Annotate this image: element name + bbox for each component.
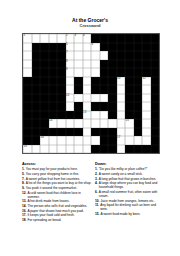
blocked-cell [91,128,100,137]
clue-item: 17.It keeps your food cold and fresh. [22,213,92,217]
grid-cell[interactable] [100,119,109,128]
clue-item-number: 9. [22,186,25,190]
down-clues: Down: 1."Do you like milky or plain coff… [95,162,161,217]
grid-cell[interactable] [91,136,100,145]
grid-cell[interactable] [66,145,75,154]
blocked-cell [23,119,32,128]
grid-cell[interactable] [91,111,100,120]
blocked-cell [49,60,58,69]
grid-cell[interactable]: 11 [142,77,151,86]
grid-cell[interactable] [83,145,92,154]
grid-cell[interactable] [74,136,83,145]
blocked-cell [151,51,160,60]
blocked-cell [125,85,134,94]
grid-cell[interactable]: 18 [23,145,32,154]
clue-number: 2 [66,34,68,37]
clue-number: 18 [24,145,27,148]
crossword-grid: 123456789101112131415161718 [22,33,160,154]
clue-number: 17 [117,136,120,139]
blocked-cell [134,128,143,137]
blocked-cell [40,60,49,69]
clue-item-text: A paper that shows how much you paid. [27,209,92,213]
clue-item: 15.A sweet food made by bees. [95,212,161,216]
blocked-cell [134,119,143,128]
blocked-cell [23,85,32,94]
blocked-cell [40,111,49,120]
clue-item-number: 13. [22,199,26,203]
grid-cell[interactable]: 17 [117,136,126,145]
blocked-cell [100,136,109,145]
clue-item: 10.Juice made from oranges, lemons etc. [95,199,161,203]
grid-cell[interactable] [117,111,126,120]
blocked-cell [23,128,32,137]
clue-number: 9 [66,68,68,71]
clue-item-number: 18. [22,218,26,222]
clue-item-text: A large shop where you can buy food and … [99,181,161,189]
blocked-cell [117,51,126,60]
blocked-cell [32,51,41,60]
blocked-cell [100,102,109,111]
blocked-cell [57,111,66,120]
clue-item-number: 2. [95,172,98,176]
blocked-cell [40,102,49,111]
blocked-cell [151,60,160,69]
down-header: Down: [95,162,161,166]
grid-cell[interactable] [40,34,49,43]
blocked-cell [40,119,49,128]
blocked-cell [125,60,134,69]
blocked-cell [125,34,134,43]
grid-cell[interactable] [74,68,83,77]
grid-cell[interactable] [74,94,83,103]
blocked-cell [40,68,49,77]
blocked-cell [49,68,58,77]
grid-cell[interactable] [117,119,126,128]
clue-number: 13 [83,111,86,114]
blocked-cell [134,43,143,52]
clue-item: 8.A list of the things you want to buy a… [22,181,92,185]
grid-cell[interactable] [100,94,109,103]
grid-cell[interactable] [66,136,75,145]
clue-number: 1 [24,34,26,37]
blocked-cell [125,68,134,77]
grid-cell[interactable] [83,119,92,128]
clue-item-number: 6. [95,190,98,198]
blocked-cell [91,77,100,86]
grid-cell[interactable] [83,136,92,145]
clue-item-text: A hot drink made from leaves. [27,199,92,203]
blocked-cell [134,34,143,43]
grid-cell[interactable] [91,94,100,103]
blocked-cell [125,77,134,86]
clue-item-text: A cold sweet food that children love in … [27,191,92,199]
clue-item-number: 15. [95,212,99,216]
grid-cell[interactable]: 1 [23,34,32,43]
blocked-cell [117,60,126,69]
grid-cell[interactable] [83,68,92,77]
blocked-cell [66,128,75,137]
grid-cell[interactable] [83,43,92,52]
clue-item-text: A sweet food made by bees. [100,212,161,216]
grid-cell[interactable] [49,34,58,43]
blocked-cell [125,51,134,60]
grid-cell[interactable] [83,77,92,86]
clue-item-text: A sweet yellow fruit from hot countries. [26,177,92,181]
grid-cell[interactable] [32,34,41,43]
grid-cell[interactable] [117,85,126,94]
blocked-cell [117,34,126,43]
clue-item-text: The person who sells fruit and vegetable… [27,204,92,208]
clue-item-text: It keeps your food cold and fresh. [27,213,92,217]
grid-cell[interactable] [49,136,58,145]
clue-item-number: 16. [22,209,26,213]
blocked-cell [100,43,109,52]
grid-cell[interactable] [23,60,32,69]
blocked-cell [134,111,143,120]
blocked-cell [134,51,143,60]
blocked-cell [151,34,160,43]
blocked-cell [32,77,41,86]
grid-cell[interactable] [83,94,92,103]
grid-cell[interactable] [142,111,151,120]
blocked-cell [57,68,66,77]
blocked-cell [134,85,143,94]
clue-item-number: 8. [22,181,25,185]
clue-item: 12.A cold sweet food that children love … [22,191,92,199]
clue-number: 11 [143,77,146,80]
grid-cell[interactable]: 16 [40,136,49,145]
grid-cell[interactable] [23,68,32,77]
grid-cell[interactable] [74,60,83,69]
blocked-cell [151,102,160,111]
blocked-cell [125,102,134,111]
clue-number: 15 [126,119,129,122]
clue-number: 12 [66,94,69,97]
grid-cell[interactable]: 13 [83,111,92,120]
clue-item: 2.A sweet candy on a small stick. [95,172,161,176]
blocked-cell [66,111,75,120]
blocked-cell [100,68,109,77]
blocked-cell [142,34,151,43]
blocked-cell [57,94,66,103]
clue-number: 4 [83,34,85,37]
blocked-cell [32,43,41,52]
clue-item-number: 1. [95,167,98,171]
blocked-cell [32,136,41,145]
grid-cell[interactable] [74,119,83,128]
blocked-cell [108,94,117,103]
blocked-cell [91,102,100,111]
blocked-cell [108,43,117,52]
blocked-cell [40,85,49,94]
clue-item-text: You carry your shopping home in this. [26,172,92,176]
grid-cell[interactable] [40,145,49,154]
clue-number: 10 [117,77,120,80]
blocked-cell [74,77,83,86]
clue-item: 9.You push it around the supermarket. [22,186,92,190]
grid-cell[interactable]: 12 [66,94,75,103]
blocked-cell [108,85,117,94]
grid-cell[interactable] [83,51,92,60]
clue-item: 18.For spreading on bread. [22,218,92,222]
blocked-cell [32,85,41,94]
blocked-cell [32,119,41,128]
grid-cell[interactable] [57,34,66,43]
clue-item-number: 12. [22,191,26,199]
blocked-cell [108,128,117,137]
blocked-cell [91,145,100,154]
blocked-cell [134,102,143,111]
blocked-cell [40,94,49,103]
blocked-cell [32,111,41,120]
blocked-cell [100,60,109,69]
clue-item: 6.A small red summer fruit, often eaten … [95,190,161,198]
grid-cell[interactable] [117,94,126,103]
clue-item: 4.A large shop where you can buy food an… [95,181,161,189]
blocked-cell [108,77,117,86]
grid-cell[interactable] [23,43,32,52]
blocked-cell [108,68,117,77]
clue-item-text: Juice made from oranges, lemons etc. [100,199,161,203]
blocked-cell [151,111,160,120]
clue-number: 16 [41,136,44,139]
blocked-cell [142,51,151,60]
blocked-cell [108,102,117,111]
blocked-cell [23,94,32,103]
blocked-cell [151,119,160,128]
blocked-cell [23,111,32,120]
clue-item: 16.A paper that shows how much you paid. [22,209,92,213]
blocked-cell [100,128,109,137]
grid-cell[interactable] [100,51,109,60]
blocked-cell [142,43,151,52]
blocked-cell [108,34,117,43]
grid-cell[interactable] [83,85,92,94]
grid-cell[interactable] [91,60,100,69]
clue-item-number: 3. [95,177,98,181]
clue-number: 8 [66,60,68,63]
grid-cell[interactable] [74,43,83,52]
clue-item: 7.A sweet yellow fruit from hot countrie… [22,177,92,181]
grid-cell[interactable]: 3 [74,34,83,43]
blocked-cell [40,43,49,52]
grid-cell[interactable] [117,102,126,111]
down-list: 1."Do you like milky or plain coffee?"2.… [95,167,161,216]
blocked-cell [151,43,160,52]
clue-item-number: 10. [95,199,99,203]
blocked-cell [32,68,41,77]
blocked-cell [57,102,66,111]
grid-cell[interactable]: 10 [117,77,126,86]
blocked-cell [151,145,160,154]
clue-item: 13.A hot drink made from leaves. [22,199,92,203]
blocked-cell [91,85,100,94]
blocked-cell [108,51,117,60]
blocked-cell [151,128,160,137]
clue-item-number: 14. [22,204,26,208]
grid-cell[interactable]: 4 [83,34,92,43]
grid-cell[interactable] [142,119,151,128]
clue-item: 1."Do you like milky or plain coffee?" [95,167,161,171]
grid-cell[interactable] [57,136,66,145]
grid-cell[interactable]: 15 [125,119,134,128]
blocked-cell [74,102,83,111]
grid-cell[interactable] [134,136,143,145]
blocked-cell [125,43,134,52]
blocked-cell [108,111,117,120]
grid-cell[interactable] [117,145,126,154]
grid-cell[interactable] [66,102,75,111]
blocked-cell [134,77,143,86]
grid-cell[interactable] [142,102,151,111]
blocked-cell [49,94,58,103]
blocked-cell [108,136,117,145]
blocked-cell [49,77,58,86]
clue-number: 7 [66,51,68,54]
blocked-cell [151,136,160,145]
grid-cell[interactable] [57,145,66,154]
blocked-cell [32,60,41,69]
grid-cell[interactable] [74,51,83,60]
blocked-cell [49,102,58,111]
grid-cell[interactable] [32,145,41,154]
blocked-cell [23,102,32,111]
blocked-cell [134,94,143,103]
blocked-cell [100,77,109,86]
blocked-cell [125,94,134,103]
clue-item: 11.Any liquid for drinking such as beer … [95,203,161,211]
page-subtitle: Crossword [0,23,180,28]
blocked-cell [108,60,117,69]
grid-cell[interactable] [100,111,109,120]
grid-cell[interactable] [83,60,92,69]
blocked-cell [40,77,49,86]
blocked-cell [40,51,49,60]
clue-item-number: 5. [22,172,25,176]
grid-cell[interactable] [91,119,100,128]
grid-cell[interactable] [108,119,117,128]
blocked-cell [134,145,143,154]
blocked-cell [49,51,58,60]
grid-cell[interactable] [74,145,83,154]
blocked-cell [100,34,109,43]
blocked-cell [49,85,58,94]
grid-cell[interactable] [91,51,100,60]
grid-cell[interactable] [91,68,100,77]
across-list: 1.You must pay for your products here.5.… [22,167,92,222]
clue-item-number: 4. [95,181,98,189]
clue-item-text: A sweet candy on a small stick. [99,172,161,176]
grid-cell[interactable] [83,128,92,137]
grid-cell[interactable] [125,128,134,137]
grid-cell[interactable] [57,119,66,128]
grid-cell[interactable]: 9 [66,68,75,77]
clue-item: 1.You must pay for your products here. [22,167,92,171]
clue-item: 3.A long yellow fruit that grows in bunc… [95,177,161,181]
grid-cell[interactable] [49,145,58,154]
blocked-cell [32,94,41,103]
grid-cell[interactable] [142,128,151,137]
blocked-cell [23,77,32,86]
clue-number: 6 [92,43,94,46]
blocked-cell [57,128,66,137]
across-header: Across: [22,162,92,166]
blocked-cell [151,68,160,77]
grid-cell[interactable] [142,85,151,94]
blocked-cell [117,43,126,52]
blocked-cell [125,145,134,154]
clue-item-number: 7. [22,177,25,181]
clue-number: 14 [49,119,52,122]
clue-item-text: For spreading on bread. [27,218,92,222]
clue-item-number: 17. [22,213,26,217]
blocked-cell [108,145,117,154]
blocked-cell [32,102,41,111]
blocked-cell [151,77,160,86]
clue-item-number: 11. [95,203,99,211]
blocked-cell [49,128,58,137]
grid-cell[interactable] [125,136,134,145]
blocked-cell [57,51,66,60]
blocked-cell [151,94,160,103]
blocked-cell [100,145,109,154]
blocked-cell [57,77,66,86]
blocked-cell [100,85,109,94]
blocked-cell [57,85,66,94]
clue-item-text: Any liquid for drinking such as beer and… [100,203,161,211]
blocked-cell [142,145,151,154]
grid-cell[interactable]: 6 [91,43,100,52]
grid-cell[interactable] [66,77,75,86]
grid-cell[interactable] [142,94,151,103]
blocked-cell [134,68,143,77]
blocked-cell [32,128,41,137]
blocked-cell [57,43,66,52]
blocked-cell [74,85,83,94]
worksheet-page: { "game": "crossword", "title": "At the … [0,0,180,256]
clue-item-text: "Do you like milky or plain coffee?" [99,167,161,171]
blocked-cell [57,60,66,69]
clue-number: 5 [66,43,68,46]
grid-cell[interactable] [66,119,75,128]
across-clues: Across: 1.You must pay for your products… [22,162,92,223]
blocked-cell [74,111,83,120]
grid-cell[interactable] [142,136,151,145]
blocked-cell [74,128,83,137]
blocked-cell [142,60,151,69]
clue-item: 5.You carry your shopping home in this. [22,172,92,176]
blocked-cell [151,85,160,94]
blocked-cell [49,43,58,52]
blocked-cell [134,60,143,69]
clue-item-text: You push it around the supermarket. [26,186,92,190]
clue-item-text: You must pay for your products here. [26,167,92,171]
clue-item-number: 1. [22,167,25,171]
title-block: At the Grocer's Crossword [0,17,180,28]
clue-item: 14.The person who sells fruit and vegeta… [22,204,92,208]
grid-cell[interactable] [23,51,32,60]
clue-item-text: A long yellow fruit that grows in bunche… [99,177,161,181]
clue-item-text: A list of the things you want to buy at … [26,181,92,185]
clue-item-text: A small red summer fruit, often eaten wi… [99,190,161,198]
grid-cell[interactable]: 14 [49,119,58,128]
clue-number: 3 [75,34,77,37]
